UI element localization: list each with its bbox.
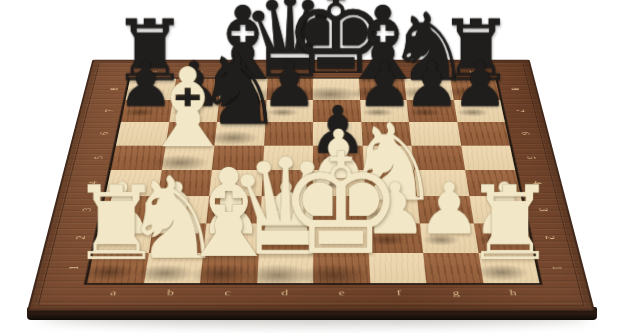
file-label-h-near: h — [484, 288, 543, 297]
square-c8[interactable] — [219, 79, 267, 100]
square-e8[interactable] — [313, 79, 360, 100]
square-d7[interactable] — [265, 100, 313, 122]
file-label-g-near: g — [427, 288, 485, 297]
piece-white-king-e1[interactable]: ♚ — [313, 252, 370, 283]
rank-label-7-right: 7 — [513, 107, 528, 114]
rank-label-6-right: 6 — [518, 130, 533, 137]
square-a7[interactable] — [121, 100, 173, 122]
square-h6[interactable] — [457, 122, 510, 145]
square-f8[interactable] — [358, 79, 406, 100]
file-label-e-near: e — [313, 288, 370, 297]
square-b7[interactable] — [169, 100, 219, 122]
rank-label-5-right: 5 — [524, 154, 540, 162]
square-d8[interactable] — [266, 79, 313, 100]
square-h7[interactable] — [453, 100, 505, 122]
square-g8[interactable] — [404, 79, 453, 100]
rank-label-6-left: 6 — [96, 130, 111, 137]
chess-board: aabbccddeeffgghh8877665544332211 ♜♝♛♚♝♞♜… — [27, 60, 595, 311]
product-photo-scene: aabbccddeeffgghh8877665544332211 ♜♝♛♚♝♞♜… — [0, 0, 625, 333]
white-king-glyph: ♚ — [278, 135, 404, 275]
square-a6[interactable] — [116, 122, 169, 145]
rank-label-7-left: 7 — [102, 107, 117, 114]
square-a8[interactable] — [126, 79, 176, 100]
square-b6[interactable] — [165, 122, 217, 145]
square-c7[interactable] — [217, 100, 266, 122]
piece-white-rook-h1[interactable]: ♜ — [478, 252, 540, 283]
file-label-f-near: f — [370, 288, 428, 297]
rank-label-5-left: 5 — [91, 154, 107, 162]
file-label-a-near: a — [84, 288, 143, 297]
file-label-b-near: b — [141, 288, 199, 297]
file-label-c-near: c — [199, 288, 257, 297]
square-b8[interactable] — [172, 79, 221, 100]
white-rook-glyph: ♜ — [464, 173, 556, 275]
square-h8[interactable] — [450, 79, 500, 100]
file-label-d-near: d — [256, 288, 313, 297]
